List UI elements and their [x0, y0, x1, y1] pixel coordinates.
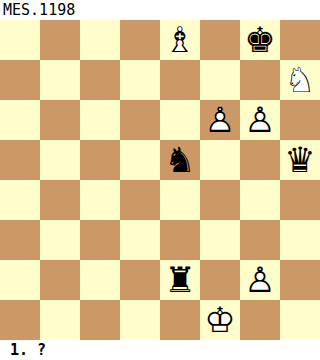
- square-g6[interactable]: ♟♙: [240, 100, 280, 140]
- square-d2[interactable]: [120, 260, 160, 300]
- square-b2[interactable]: [40, 260, 80, 300]
- square-c1[interactable]: [80, 300, 120, 340]
- square-c3[interactable]: [80, 220, 120, 260]
- square-f6[interactable]: ♟♙: [200, 100, 240, 140]
- square-d6[interactable]: [120, 100, 160, 140]
- square-a2[interactable]: [0, 260, 40, 300]
- square-b4[interactable]: [40, 180, 80, 220]
- square-c5[interactable]: [80, 140, 120, 180]
- square-e3[interactable]: [160, 220, 200, 260]
- square-a7[interactable]: [0, 60, 40, 100]
- square-f8[interactable]: [200, 20, 240, 60]
- square-h4[interactable]: [280, 180, 320, 220]
- puzzle-id: MES.1198: [3, 1, 75, 19]
- square-a3[interactable]: [0, 220, 40, 260]
- piece-black-queen: ♛: [280, 140, 320, 180]
- square-a8[interactable]: [0, 20, 40, 60]
- square-h2[interactable]: [280, 260, 320, 300]
- square-b8[interactable]: [40, 20, 80, 60]
- square-h3[interactable]: [280, 220, 320, 260]
- square-a6[interactable]: [0, 100, 40, 140]
- square-e4[interactable]: [160, 180, 200, 220]
- square-e5[interactable]: ♞: [160, 140, 200, 180]
- square-b3[interactable]: [40, 220, 80, 260]
- square-g1[interactable]: [240, 300, 280, 340]
- square-f4[interactable]: [200, 180, 240, 220]
- square-f3[interactable]: [200, 220, 240, 260]
- square-d8[interactable]: [120, 20, 160, 60]
- square-d3[interactable]: [120, 220, 160, 260]
- move-prompt: 1. ?: [10, 341, 46, 359]
- piece-white-knight: ♘: [280, 60, 320, 100]
- square-h6[interactable]: [280, 100, 320, 140]
- square-a4[interactable]: [0, 180, 40, 220]
- piece-white-king: ♔: [200, 300, 240, 340]
- square-g3[interactable]: [240, 220, 280, 260]
- square-h1[interactable]: [280, 300, 320, 340]
- square-g7[interactable]: [240, 60, 280, 100]
- square-e7[interactable]: [160, 60, 200, 100]
- square-g4[interactable]: [240, 180, 280, 220]
- piece-black-rook: ♜: [160, 260, 200, 300]
- square-f5[interactable]: [200, 140, 240, 180]
- square-e8[interactable]: ♝♗: [160, 20, 200, 60]
- piece-white-pawn: ♙: [240, 100, 280, 140]
- square-f1[interactable]: ♚♔: [200, 300, 240, 340]
- square-h8[interactable]: [280, 20, 320, 60]
- square-g2[interactable]: ♟♙: [240, 260, 280, 300]
- square-c7[interactable]: [80, 60, 120, 100]
- puzzle-footer: 1. ?: [0, 340, 320, 360]
- piece-white-pawn: ♙: [200, 100, 240, 140]
- piece-white-pawn: ♙: [240, 260, 280, 300]
- square-a1[interactable]: [0, 300, 40, 340]
- square-b1[interactable]: [40, 300, 80, 340]
- piece-white-bishop: ♗: [160, 20, 200, 60]
- square-g8[interactable]: ♚: [240, 20, 280, 60]
- puzzle-header: MES.1198: [0, 0, 320, 20]
- square-f7[interactable]: [200, 60, 240, 100]
- square-e6[interactable]: [160, 100, 200, 140]
- square-e2[interactable]: ♜: [160, 260, 200, 300]
- square-c2[interactable]: [80, 260, 120, 300]
- square-d4[interactable]: [120, 180, 160, 220]
- square-b6[interactable]: [40, 100, 80, 140]
- square-g5[interactable]: [240, 140, 280, 180]
- piece-black-king: ♚: [240, 20, 280, 60]
- square-c6[interactable]: [80, 100, 120, 140]
- square-f2[interactable]: [200, 260, 240, 300]
- square-a5[interactable]: [0, 140, 40, 180]
- square-d1[interactable]: [120, 300, 160, 340]
- square-d7[interactable]: [120, 60, 160, 100]
- square-e1[interactable]: [160, 300, 200, 340]
- chess-board: ♝♗♚♞♘♟♙♟♙♞♛♜♟♙♚♔: [0, 20, 320, 340]
- square-h7[interactable]: ♞♘: [280, 60, 320, 100]
- square-d5[interactable]: [120, 140, 160, 180]
- square-h5[interactable]: ♛: [280, 140, 320, 180]
- square-b5[interactable]: [40, 140, 80, 180]
- square-c4[interactable]: [80, 180, 120, 220]
- square-c8[interactable]: [80, 20, 120, 60]
- piece-black-knight: ♞: [160, 140, 200, 180]
- square-b7[interactable]: [40, 60, 80, 100]
